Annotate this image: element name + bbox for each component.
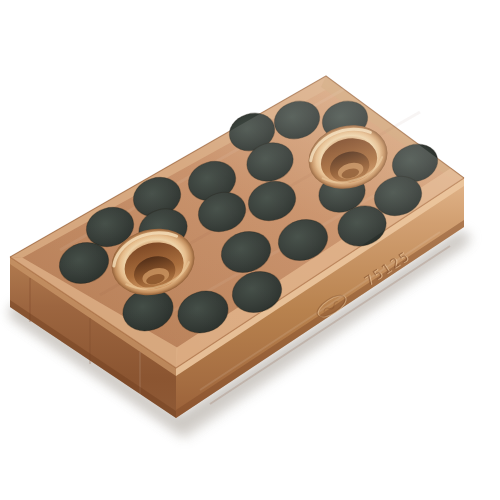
slide-plate-illustration: 75125 75125 <box>0 0 500 500</box>
product-photo: 75125 75125 <box>0 0 500 500</box>
